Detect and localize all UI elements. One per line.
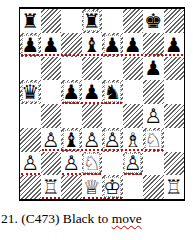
square-b8 <box>41 9 62 33</box>
black-pawn-e7-icon: ♟ <box>103 34 121 54</box>
black-pawn-c5-icon: ♟ <box>62 82 80 102</box>
square-g8: ♚ <box>143 9 164 33</box>
square-g5 <box>143 80 164 104</box>
square-d2: ♘ <box>82 152 103 176</box>
square-c7 <box>61 33 82 57</box>
black-king-g8-icon: ♚ <box>144 10 162 30</box>
square-f7: ♟ <box>123 33 144 57</box>
piece-halo-e1: ♔ <box>104 177 121 197</box>
square-h3 <box>164 128 185 152</box>
square-b2 <box>41 152 62 176</box>
black-pawn-b7-icon: ♟ <box>42 34 60 54</box>
square-e5: ♞ <box>102 80 123 104</box>
chess-board: ♜♜♚♟♟♝♟♟♟♟♛♟♟♞♙♙♝♙♙♗♘♙♙♘♙♖♕♔♖ <box>20 9 184 199</box>
piece-halo-d2: ♘ <box>83 153 100 173</box>
square-b5 <box>41 80 62 104</box>
square-g4: ♙ <box>143 104 164 128</box>
black-pawn-d5-icon: ♟ <box>83 82 101 102</box>
square-f8 <box>123 9 144 33</box>
square-e2 <box>102 152 123 176</box>
piece-halo-a7: ♟ <box>22 35 39 55</box>
square-h1: ♖ <box>164 175 185 199</box>
black-bishop-d7-icon: ♝ <box>83 34 101 54</box>
piece-halo-e5: ♞ <box>104 82 121 102</box>
square-f2: ♙ <box>123 152 144 176</box>
piece-halo-c5: ♟ <box>63 82 80 102</box>
white-pawn-d3-icon: ♙ <box>83 129 101 149</box>
square-a5: ♛ <box>20 80 41 104</box>
black-queen-a5-icon: ♛ <box>21 82 39 102</box>
white-knight-d2-icon: ♘ <box>83 153 101 173</box>
white-rook-b1-icon: ♖ <box>42 177 60 197</box>
square-e6 <box>102 57 123 81</box>
square-h7: ♟ <box>164 33 185 57</box>
black-pawn-a7-icon: ♟ <box>21 34 39 54</box>
white-queen-d1-icon: ♕ <box>83 177 101 197</box>
square-g6: ♟ <box>143 57 164 81</box>
square-e8 <box>102 9 123 33</box>
caption-text: 21. (C473) Black to <box>1 211 112 226</box>
square-c3: ♝ <box>61 128 82 152</box>
piece-halo-a5: ♛ <box>22 82 39 102</box>
white-king-e1-icon: ♔ <box>103 177 121 197</box>
white-pawn-g4-icon: ♙ <box>144 105 162 125</box>
square-g3: ♘ <box>143 128 164 152</box>
square-g1 <box>143 175 164 199</box>
square-b3: ♙ <box>41 128 62 152</box>
piece-halo-g3: ♘ <box>145 130 162 150</box>
white-rook-h1-icon: ♖ <box>165 177 183 197</box>
square-a4 <box>20 104 41 128</box>
white-pawn-a2-icon: ♙ <box>21 153 39 173</box>
square-d6 <box>82 57 103 81</box>
square-h2 <box>164 152 185 176</box>
square-a8: ♜ <box>20 9 41 33</box>
square-b4 <box>41 104 62 128</box>
square-f3: ♗ <box>123 128 144 152</box>
square-d1: ♕ <box>82 175 103 199</box>
square-a7: ♟ <box>20 33 41 57</box>
square-g2 <box>143 152 164 176</box>
square-c5: ♟ <box>61 80 82 104</box>
black-pawn-h7-icon: ♟ <box>165 34 183 54</box>
piece-halo-c3: ♝ <box>63 130 80 150</box>
square-a3 <box>20 128 41 152</box>
square-a2: ♙ <box>20 152 41 176</box>
piece-halo-e3: ♙ <box>104 130 121 150</box>
square-c4 <box>61 104 82 128</box>
square-d3: ♙ <box>82 128 103 152</box>
square-h5 <box>164 80 185 104</box>
square-h8 <box>164 9 185 33</box>
square-f4 <box>123 104 144 128</box>
black-bishop-c3-icon: ♝ <box>62 129 80 149</box>
square-e7: ♟ <box>102 33 123 57</box>
square-f5 <box>123 80 144 104</box>
square-g7 <box>143 33 164 57</box>
square-c8 <box>61 9 82 33</box>
square-e3: ♙ <box>102 128 123 152</box>
white-pawn-b3-icon: ♙ <box>42 129 60 149</box>
piece-halo-e7: ♟ <box>104 35 121 55</box>
square-d4 <box>82 104 103 128</box>
square-c1 <box>61 175 82 199</box>
white-pawn-e3-icon: ♙ <box>103 129 121 149</box>
black-pawn-g6-icon: ♟ <box>144 58 162 78</box>
black-knight-e5-icon: ♞ <box>103 82 121 102</box>
square-e4 <box>102 104 123 128</box>
square-d8: ♜ <box>82 9 103 33</box>
square-e1: ♔ <box>102 175 123 199</box>
white-bishop-f3-icon: ♗ <box>124 129 142 149</box>
square-a6 <box>20 57 41 81</box>
piece-halo-f2: ♙ <box>124 153 141 173</box>
chess-diagram-frame: ♜♜♚♟♟♝♟♟♟♟♛♟♟♞♙♙♝♙♙♗♘♙♙♘♙♖♕♔♖ <box>19 7 185 201</box>
square-f1 <box>123 175 144 199</box>
piece-halo-d8: ♜ <box>83 11 100 31</box>
square-d7: ♝ <box>82 33 103 57</box>
black-rook-d8-icon: ♜ <box>83 10 101 30</box>
caption-misspelled-word: move <box>112 211 142 226</box>
black-rook-a8-icon: ♜ <box>21 10 39 30</box>
square-b6 <box>41 57 62 81</box>
square-c6 <box>61 57 82 81</box>
black-pawn-f7-icon: ♟ <box>124 34 142 54</box>
square-h4 <box>164 104 185 128</box>
square-c2: ♙ <box>61 152 82 176</box>
white-knight-g3-icon: ♘ <box>144 129 162 149</box>
square-b7: ♟ <box>41 33 62 57</box>
white-pawn-c2-icon: ♙ <box>62 153 80 173</box>
square-a1 <box>20 175 41 199</box>
square-d5: ♟ <box>82 80 103 104</box>
square-b1: ♖ <box>41 175 62 199</box>
square-f6 <box>123 57 144 81</box>
white-pawn-f2-icon: ♙ <box>124 153 142 173</box>
square-h6 <box>164 57 185 81</box>
caption: 21. (C473) Black to move <box>1 211 193 227</box>
